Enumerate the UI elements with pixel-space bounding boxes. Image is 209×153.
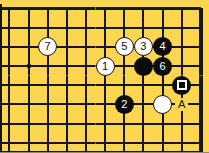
board-cell-c7r6[interactable] xyxy=(134,114,153,133)
board-cell-c6r3[interactable] xyxy=(115,56,134,75)
board-cell-c1r1[interactable] xyxy=(19,18,38,37)
board-cell-c10r6[interactable] xyxy=(191,114,209,133)
board-cell-c1r4[interactable] xyxy=(19,76,38,95)
board-cell-c6r5[interactable]: 2 xyxy=(115,95,134,114)
square-mark-icon xyxy=(177,80,187,90)
board-cell-c4r7[interactable] xyxy=(76,133,95,152)
board-cell-c10r2[interactable] xyxy=(191,37,209,56)
board-cell-c7r5[interactable] xyxy=(134,95,153,114)
go-board-diagram: 7534162A xyxy=(0,0,209,152)
board-cell-c5r1[interactable] xyxy=(96,18,115,37)
board-cell-c8r3[interactable]: 6 xyxy=(153,56,172,75)
board-cell-c8r4[interactable] xyxy=(153,76,172,95)
stone-white-plain[interactable] xyxy=(153,95,172,114)
board-cell-c2r6[interactable] xyxy=(38,114,57,133)
board-cell-c7r3[interactable] xyxy=(134,56,153,75)
board-cell-c0r1[interactable] xyxy=(0,18,19,37)
board-cell-c1r5[interactable] xyxy=(19,95,38,114)
board-cell-c10r1[interactable] xyxy=(191,18,209,37)
board-cell-c2r2[interactable]: 7 xyxy=(38,37,57,56)
stone-white-1[interactable]: 1 xyxy=(96,57,115,76)
stone-black-marked[interactable] xyxy=(172,76,191,95)
board-cell-c10r4[interactable] xyxy=(191,76,209,95)
board-cell-c1r3[interactable] xyxy=(19,56,38,75)
board-cell-c8r7[interactable] xyxy=(153,133,172,152)
stone-black-6[interactable]: 6 xyxy=(153,57,172,76)
point-label-A[interactable]: A xyxy=(175,98,188,111)
board-cell-c9r3[interactable] xyxy=(172,56,191,75)
board-cell-c5r2[interactable] xyxy=(96,37,115,56)
board-cell-c4r0[interactable] xyxy=(76,0,95,18)
board-cell-c8r6[interactable] xyxy=(153,114,172,133)
board-cell-c6r2[interactable]: 5 xyxy=(115,37,134,56)
board-cell-c1r6[interactable] xyxy=(19,114,38,133)
board-cell-c3r1[interactable] xyxy=(57,18,76,37)
board-cell-c3r4[interactable] xyxy=(57,76,76,95)
board-cell-c9r0[interactable] xyxy=(172,0,191,18)
board-cell-c4r3[interactable] xyxy=(76,56,95,75)
board-cell-c8r1[interactable] xyxy=(153,18,172,37)
board-cell-c7r1[interactable] xyxy=(134,18,153,37)
board-cell-c9r6[interactable] xyxy=(172,114,191,133)
board-cell-c3r0[interactable] xyxy=(57,0,76,18)
board-cell-c10r5[interactable] xyxy=(191,95,209,114)
stone-white-5[interactable]: 5 xyxy=(115,37,134,56)
stone-white-7[interactable]: 7 xyxy=(38,37,57,56)
board-cell-c7r7[interactable] xyxy=(134,133,153,152)
board-cell-c8r5[interactable] xyxy=(153,95,172,114)
board-cell-c3r3[interactable] xyxy=(57,56,76,75)
board-cell-c10r7[interactable] xyxy=(191,133,209,152)
stone-black-plain[interactable] xyxy=(134,57,153,76)
crop-edge-line-left xyxy=(0,4,2,152)
board-cell-c1r7[interactable] xyxy=(19,133,38,152)
board-cell-c9r5[interactable]: A xyxy=(172,95,191,114)
board-cell-c3r2[interactable] xyxy=(57,37,76,56)
stone-black-4[interactable]: 4 xyxy=(153,37,172,56)
board-cell-c3r6[interactable] xyxy=(57,114,76,133)
board-cell-c7r4[interactable] xyxy=(134,76,153,95)
board-cell-c0r5[interactable] xyxy=(0,95,19,114)
board-cell-c0r3[interactable] xyxy=(0,56,19,75)
board-cell-c10r3[interactable] xyxy=(191,56,209,75)
board-cell-c9r7[interactable] xyxy=(172,133,191,152)
board-cell-c2r3[interactable] xyxy=(38,56,57,75)
board-cell-c6r7[interactable] xyxy=(115,133,134,152)
board-cell-c2r1[interactable] xyxy=(38,18,57,37)
board-cell-c6r0[interactable] xyxy=(115,0,134,18)
board-cell-c5r3[interactable]: 1 xyxy=(96,56,115,75)
stone-black-2[interactable]: 2 xyxy=(115,95,134,114)
board-cell-c1r0[interactable] xyxy=(19,0,38,18)
board-cell-c4r6[interactable] xyxy=(76,114,95,133)
board-cell-c6r4[interactable] xyxy=(115,76,134,95)
crop-edge-line-bottom xyxy=(0,151,201,153)
board-cell-c0r7[interactable] xyxy=(0,133,19,152)
board-cell-c4r5[interactable] xyxy=(76,95,95,114)
board-cell-c9r4[interactable] xyxy=(172,76,191,95)
board-cell-c4r4[interactable] xyxy=(76,76,95,95)
stone-white-3[interactable]: 3 xyxy=(134,37,153,56)
board-cell-c3r7[interactable] xyxy=(57,133,76,152)
board-cell-c0r6[interactable] xyxy=(0,114,19,133)
board-cell-c0r0[interactable] xyxy=(0,0,19,18)
board-cell-c2r5[interactable] xyxy=(38,95,57,114)
board-cell-c7r0[interactable] xyxy=(134,0,153,18)
board-cell-c4r2[interactable] xyxy=(76,37,95,56)
board-cell-c2r4[interactable] xyxy=(38,76,57,95)
board-cell-c10r0[interactable] xyxy=(191,0,209,18)
board-cell-c2r0[interactable] xyxy=(38,0,57,18)
board-cell-c0r4[interactable] xyxy=(0,76,19,95)
board-cell-c0r2[interactable] xyxy=(0,37,19,56)
board-cell-c6r1[interactable] xyxy=(115,18,134,37)
board-cell-c5r4[interactable] xyxy=(96,76,115,95)
star-point xyxy=(27,64,31,68)
board-cell-c5r7[interactable] xyxy=(96,133,115,152)
board-cell-c9r2[interactable] xyxy=(172,37,191,56)
board-cell-c1r2[interactable] xyxy=(19,37,38,56)
board-cell-c4r1[interactable] xyxy=(76,18,95,37)
board-cell-c5r6[interactable] xyxy=(96,114,115,133)
board-cell-c7r2[interactable]: 3 xyxy=(134,37,153,56)
board-cell-c3r5[interactable] xyxy=(57,95,76,114)
board-cell-c8r2[interactable]: 4 xyxy=(153,37,172,56)
board-cell-c5r5[interactable] xyxy=(96,95,115,114)
board-cell-c6r6[interactable] xyxy=(115,114,134,133)
board-cell-c2r7[interactable] xyxy=(38,133,57,152)
board-cell-c8r0[interactable] xyxy=(153,0,172,18)
go-board-grid: 7534162A xyxy=(0,0,209,152)
board-cell-c9r1[interactable] xyxy=(172,18,191,37)
board-cell-c5r0[interactable] xyxy=(96,0,115,18)
